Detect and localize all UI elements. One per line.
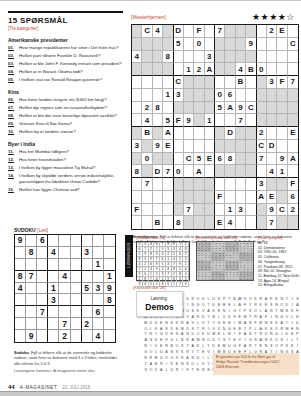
hexadoku-cell[interactable]: F: [132, 204, 142, 217]
hexadoku-cell[interactable]: [257, 204, 267, 217]
hexadoku-cell[interactable]: [194, 216, 204, 229]
hexadoku-cell[interactable]: [163, 153, 173, 166]
sudoku-cell[interactable]: [48, 259, 59, 271]
hexadoku-cell[interactable]: B: [236, 76, 246, 89]
sudoku-cell[interactable]: 4: [15, 283, 26, 295]
hexadoku-cell[interactable]: [288, 25, 298, 38]
hexadoku-cell[interactable]: [267, 38, 277, 51]
hexadoku-cell[interactable]: [194, 51, 204, 64]
hexadoku-cell[interactable]: [288, 89, 298, 102]
sudoku-cell[interactable]: [82, 235, 93, 247]
hexadoku-cell[interactable]: [184, 102, 194, 115]
sudoku-cell[interactable]: [48, 330, 59, 342]
hexadoku-cell[interactable]: [215, 51, 225, 64]
hexadoku-cell[interactable]: [132, 76, 142, 89]
hexadoku-cell[interactable]: [142, 38, 152, 51]
hexadoku-cell[interactable]: [225, 76, 235, 89]
hexadoku-cell[interactable]: [257, 76, 267, 89]
sudoku-cell[interactable]: 7: [26, 271, 37, 283]
hexadoku-cell[interactable]: C: [288, 38, 298, 51]
hexadoku-cell[interactable]: [153, 127, 163, 140]
hexadoku-cell[interactable]: F: [277, 76, 287, 89]
sudoku-cell[interactable]: 1: [48, 283, 59, 295]
sudoku-cell[interactable]: [37, 318, 48, 330]
hexadoku-cell[interactable]: [288, 51, 298, 64]
hexadoku-cell[interactable]: A: [225, 102, 235, 115]
hexadoku-cell[interactable]: [246, 178, 256, 191]
hexadoku-cell[interactable]: 4: [142, 114, 152, 127]
hexadoku-cell[interactable]: [215, 127, 225, 140]
hexadoku-cell[interactable]: [174, 63, 184, 76]
hexadoku-cell[interactable]: 1: [205, 114, 215, 127]
hexadoku-cell[interactable]: [277, 51, 287, 64]
hexadoku-cell[interactable]: A: [194, 165, 204, 178]
sudoku-cell[interactable]: [71, 259, 82, 271]
sudoku-cell[interactable]: [104, 318, 115, 330]
hexadoku-cell[interactable]: [277, 114, 287, 127]
hexadoku-cell[interactable]: C: [142, 25, 152, 38]
hexadoku-cell[interactable]: [205, 204, 215, 217]
sudoku-cell[interactable]: [26, 294, 37, 306]
hexadoku-cell[interactable]: E: [215, 216, 225, 229]
hexadoku-cell[interactable]: [132, 127, 142, 140]
hexadoku-cell[interactable]: [277, 89, 287, 102]
hexadoku-cell[interactable]: [184, 38, 194, 51]
hexadoku-cell[interactable]: 7: [163, 165, 173, 178]
sudoku-cell[interactable]: 1: [104, 271, 115, 283]
hexadoku-cell[interactable]: [246, 140, 256, 153]
hexadoku-cell[interactable]: E: [277, 25, 287, 38]
hexadoku-cell[interactable]: [132, 63, 142, 76]
hexadoku-cell[interactable]: [267, 89, 277, 102]
hexadoku-cell[interactable]: [153, 204, 163, 217]
sudoku-cell[interactable]: 4: [93, 330, 104, 342]
hexadoku-cell[interactable]: [153, 89, 163, 102]
hexadoku-cell[interactable]: [288, 63, 298, 76]
hexadoku-cell[interactable]: [267, 102, 277, 115]
sudoku-cell[interactable]: [59, 259, 70, 271]
hexadoku-cell[interactable]: 2: [194, 63, 204, 76]
sudoku-cell[interactable]: [26, 235, 37, 247]
hexadoku-cell[interactable]: 5: [194, 153, 204, 166]
hexadoku-cell[interactable]: 0: [142, 153, 152, 166]
hexadoku-cell[interactable]: [174, 102, 184, 115]
hexadoku-cell[interactable]: 7: [236, 114, 246, 127]
hexadoku-cell[interactable]: 0: [194, 38, 204, 51]
hexadoku-cell[interactable]: [288, 216, 298, 229]
hexadoku-cell[interactable]: [194, 76, 204, 89]
hexadoku-cell[interactable]: 6: [225, 89, 235, 102]
hexadoku-cell[interactable]: 8: [163, 51, 173, 64]
sudoku-cell[interactable]: 9: [26, 330, 37, 342]
sudoku-cell[interactable]: [15, 306, 26, 318]
hexadoku-cell[interactable]: [246, 216, 256, 229]
hexadoku-cell[interactable]: [163, 38, 173, 51]
hexadoku-cell[interactable]: D: [267, 140, 277, 153]
sudoku-cell[interactable]: 9: [15, 235, 26, 247]
sudoku-cell[interactable]: [59, 294, 70, 306]
hexadoku-cell[interactable]: 8: [174, 216, 184, 229]
sudoku-cell[interactable]: [59, 235, 70, 247]
hexadoku-cell[interactable]: [215, 76, 225, 89]
hexadoku-cell[interactable]: [205, 165, 215, 178]
sudoku-cell[interactable]: [93, 271, 104, 283]
hexadoku-cell[interactable]: [225, 165, 235, 178]
hexadoku-cell[interactable]: [194, 140, 204, 153]
hexadoku-cell[interactable]: 2: [142, 102, 152, 115]
sudoku-cell[interactable]: 3: [93, 283, 104, 295]
hexadoku-cell[interactable]: [246, 114, 256, 127]
hexadoku-cell[interactable]: 3: [236, 204, 246, 217]
hexadoku-cell[interactable]: [174, 204, 184, 217]
hexadoku-cell[interactable]: [142, 140, 152, 153]
hexadoku-cell[interactable]: [236, 127, 246, 140]
hexadoku-cell[interactable]: [184, 89, 194, 102]
hexadoku-cell[interactable]: 0: [174, 165, 184, 178]
hexadoku-cell[interactable]: [163, 25, 173, 38]
hexadoku-cell[interactable]: [246, 89, 256, 102]
hexadoku-cell[interactable]: [225, 140, 235, 153]
hexadoku-cell[interactable]: [257, 114, 267, 127]
hexadoku-cell[interactable]: [184, 51, 194, 64]
hexadoku-cell[interactable]: [142, 165, 152, 178]
hexadoku-cell[interactable]: 9: [277, 153, 287, 166]
hexadoku-cell[interactable]: [277, 216, 287, 229]
sudoku-cell[interactable]: [26, 283, 37, 295]
hexadoku-cell[interactable]: 3: [205, 51, 215, 64]
hexadoku-cell[interactable]: [205, 25, 215, 38]
hexadoku-cell[interactable]: [163, 76, 173, 89]
sudoku-cell[interactable]: [93, 247, 104, 259]
hexadoku-cell[interactable]: [257, 216, 267, 229]
hexadoku-cell[interactable]: [236, 25, 246, 38]
hexadoku-cell[interactable]: [246, 25, 256, 38]
sudoku-cell[interactable]: 3: [48, 294, 59, 306]
hexadoku-cell[interactable]: [174, 51, 184, 64]
hexadoku-cell[interactable]: [153, 63, 163, 76]
hexadoku-cell[interactable]: E: [288, 127, 298, 140]
sudoku-cell[interactable]: [37, 259, 48, 271]
hexadoku-cell[interactable]: 7: [288, 76, 298, 89]
hexadoku-cell[interactable]: 1: [163, 89, 173, 102]
hexadoku-cell[interactable]: [142, 76, 152, 89]
hexadoku-cell[interactable]: B: [153, 216, 163, 229]
hexadoku-cell[interactable]: 7: [184, 204, 194, 217]
hexadoku-cell[interactable]: C: [257, 140, 267, 153]
sudoku-cell[interactable]: [104, 235, 115, 247]
sudoku-cell[interactable]: [71, 283, 82, 295]
sudoku-cell[interactable]: [82, 330, 93, 342]
hexadoku-cell[interactable]: [142, 204, 152, 217]
hexadoku-cell[interactable]: A: [257, 191, 267, 204]
hexadoku-cell[interactable]: [184, 165, 194, 178]
sudoku-cell[interactable]: 1: [93, 259, 104, 271]
hexadoku-cell[interactable]: [132, 178, 142, 191]
hexadoku-cell[interactable]: [246, 127, 256, 140]
sudoku-cell[interactable]: [15, 318, 26, 330]
hexadoku-cell[interactable]: [194, 178, 204, 191]
hexadoku-cell[interactable]: [246, 153, 256, 166]
hexadoku-cell[interactable]: E: [163, 140, 173, 153]
hexadoku-cell[interactable]: 6: [288, 191, 298, 204]
hexadoku-cell[interactable]: [142, 191, 152, 204]
sudoku-cell[interactable]: 2: [59, 330, 70, 342]
hexadoku-cell[interactable]: [153, 76, 163, 89]
hexadoku-cell[interactable]: 1: [225, 204, 235, 217]
hexadoku-cell[interactable]: [225, 191, 235, 204]
hexadoku-cell[interactable]: [215, 178, 225, 191]
sudoku-cell[interactable]: [37, 283, 48, 295]
sudoku-cell[interactable]: 8: [104, 294, 115, 306]
sudoku-cell[interactable]: [48, 235, 59, 247]
hexadoku-cell[interactable]: C: [277, 204, 287, 217]
hexadoku-cell[interactable]: 0: [257, 63, 267, 76]
hexadoku-cell[interactable]: 9: [236, 102, 246, 115]
hexadoku-cell[interactable]: [288, 114, 298, 127]
hexadoku-cell[interactable]: [236, 191, 246, 204]
hexadoku-cell[interactable]: [277, 140, 287, 153]
hexadoku-cell[interactable]: [163, 216, 173, 229]
hexadoku-cell[interactable]: [236, 140, 246, 153]
hexadoku-cell[interactable]: [215, 165, 225, 178]
hexadoku-cell[interactable]: [215, 114, 225, 127]
hexadoku-cell[interactable]: [236, 165, 246, 178]
hexadoku-cell[interactable]: [174, 140, 184, 153]
sudoku-cell[interactable]: [59, 247, 70, 259]
hexadoku-cell[interactable]: [153, 38, 163, 51]
sudoku-cell[interactable]: 9: [104, 283, 115, 295]
hexadoku-cell[interactable]: 5: [215, 102, 225, 115]
hexadoku-cell[interactable]: 3: [174, 89, 184, 102]
hexadoku-cell[interactable]: 3: [267, 76, 277, 89]
hexadoku-cell[interactable]: [246, 76, 256, 89]
hexadoku-cell[interactable]: [194, 191, 204, 204]
hexadoku-cell[interactable]: [205, 216, 215, 229]
sudoku-cell[interactable]: [37, 271, 48, 283]
hexadoku-cell[interactable]: [205, 38, 215, 51]
hexadoku-cell[interactable]: D: [153, 165, 163, 178]
sudoku-cell[interactable]: 7: [59, 318, 70, 330]
hexadoku-cell[interactable]: B: [142, 127, 152, 140]
hexadoku-cell[interactable]: [225, 38, 235, 51]
hexadoku-cell[interactable]: D: [225, 127, 235, 140]
hexadoku-cell[interactable]: [267, 114, 277, 127]
hexadoku-cell[interactable]: [277, 38, 287, 51]
hexadoku-cell[interactable]: [246, 165, 256, 178]
hexadoku-cell[interactable]: [153, 178, 163, 191]
sudoku-cell[interactable]: [26, 318, 37, 330]
hexadoku-cell[interactable]: [153, 153, 163, 166]
hexadoku-cell[interactable]: [142, 216, 152, 229]
sudoku-cell[interactable]: [37, 294, 48, 306]
hexadoku-cell[interactable]: [163, 191, 173, 204]
sudoku-cell[interactable]: 2: [82, 318, 93, 330]
hexadoku-cell[interactable]: [267, 178, 277, 191]
hexadoku-cell[interactable]: 4: [153, 25, 163, 38]
hexadoku-cell[interactable]: [132, 25, 142, 38]
hexadoku-cell[interactable]: [205, 178, 215, 191]
hexadoku-cell[interactable]: [246, 191, 256, 204]
sudoku-cell[interactable]: [15, 247, 26, 259]
sudoku-cell[interactable]: [104, 259, 115, 271]
hexadoku-cell[interactable]: [184, 25, 194, 38]
hexadoku-cell[interactable]: [277, 191, 287, 204]
hexadoku-cell[interactable]: E: [267, 191, 277, 204]
hexadoku-cell[interactable]: [257, 38, 267, 51]
sudoku-cell[interactable]: [26, 259, 37, 271]
hexadoku-cell[interactable]: [225, 51, 235, 64]
hexadoku-cell[interactable]: [163, 102, 173, 115]
hexadoku-cell[interactable]: [132, 153, 142, 166]
hexadoku-cell[interactable]: [215, 63, 225, 76]
sudoku-cell[interactable]: 6: [37, 235, 48, 247]
hexadoku-cell[interactable]: [184, 76, 194, 89]
sudoku-cell[interactable]: [15, 259, 26, 271]
hexadoku-cell[interactable]: 8: [132, 165, 142, 178]
hexadoku-cell[interactable]: [257, 102, 267, 115]
hexadoku-cell[interactable]: [257, 165, 267, 178]
sudoku-cell[interactable]: 5: [82, 283, 93, 295]
hexadoku-cell[interactable]: 5: [163, 114, 173, 127]
sudoku-cell[interactable]: [71, 271, 82, 283]
hexadoku-cell[interactable]: [142, 51, 152, 64]
hexadoku-cell[interactable]: [205, 89, 215, 102]
hexadoku-cell[interactable]: [236, 178, 246, 191]
hexadoku-cell[interactable]: [225, 114, 235, 127]
hexadoku-cell[interactable]: [267, 51, 277, 64]
hexadoku-cell[interactable]: [132, 216, 142, 229]
hexadoku-cell[interactable]: 8: [225, 153, 235, 166]
hexadoku-cell[interactable]: [267, 127, 277, 140]
hexadoku-cell[interactable]: 4: [267, 165, 277, 178]
hexadoku-cell[interactable]: F: [194, 25, 204, 38]
sudoku-cell[interactable]: [71, 306, 82, 318]
hexadoku-cell[interactable]: [205, 76, 215, 89]
hexadoku-cell[interactable]: [215, 204, 225, 217]
hexadoku-cell[interactable]: [194, 102, 204, 115]
hexadoku-cell[interactable]: D: [174, 25, 184, 38]
hexadoku-cell[interactable]: [184, 140, 194, 153]
hexadoku-cell[interactable]: [132, 114, 142, 127]
hexadoku-cell[interactable]: [184, 178, 194, 191]
sudoku-cell[interactable]: [48, 306, 59, 318]
hexadoku-cell[interactable]: [184, 191, 194, 204]
hexadoku-cell[interactable]: [215, 38, 225, 51]
hexadoku-cell[interactable]: [142, 89, 152, 102]
hexadoku-cell[interactable]: [267, 63, 277, 76]
sudoku-cell[interactable]: [93, 235, 104, 247]
sudoku-cell[interactable]: [48, 318, 59, 330]
hexadoku-cell[interactable]: [277, 127, 287, 140]
sudoku-cell[interactable]: [104, 330, 115, 342]
hexadoku-cell[interactable]: F: [215, 191, 225, 204]
hexadoku-cell[interactable]: [205, 191, 215, 204]
sudoku-cell[interactable]: [37, 330, 48, 342]
hexadoku-cell[interactable]: [153, 191, 163, 204]
hexadoku-cell[interactable]: [194, 127, 204, 140]
hexadoku-cell[interactable]: 9: [267, 204, 277, 217]
hexadoku-cell[interactable]: [132, 191, 142, 204]
hexadoku-cell[interactable]: C: [184, 153, 194, 166]
hexadoku-cell[interactable]: [205, 127, 215, 140]
hexadoku-cell[interactable]: [246, 51, 256, 64]
hexadoku-cell[interactable]: A: [205, 63, 215, 76]
hexadoku-cell[interactable]: 7: [142, 178, 152, 191]
sudoku-cell[interactable]: [26, 306, 37, 318]
hexadoku-cell[interactable]: [288, 102, 298, 115]
sudoku-cell[interactable]: [82, 271, 93, 283]
hexadoku-cell[interactable]: 6: [215, 153, 225, 166]
sudoku-cell[interactable]: 8: [15, 271, 26, 283]
sudoku-cell[interactable]: [59, 306, 70, 318]
hexadoku-cell[interactable]: 7: [215, 25, 225, 38]
hexadoku-cell[interactable]: A: [288, 153, 298, 166]
hexadoku-cell[interactable]: 9: [246, 38, 256, 51]
hexadoku-cell[interactable]: [277, 102, 287, 115]
hexadoku-cell[interactable]: [163, 204, 173, 217]
hexadoku-cell[interactable]: [194, 204, 204, 217]
hexadoku-cell[interactable]: [277, 178, 287, 191]
sudoku-cell[interactable]: 4: [59, 271, 70, 283]
hexadoku-cell[interactable]: [236, 89, 246, 102]
hexadoku-cell[interactable]: [257, 89, 267, 102]
hexadoku-cell[interactable]: [194, 114, 204, 127]
hexadoku-cell[interactable]: [142, 63, 152, 76]
sudoku-cell[interactable]: [82, 294, 93, 306]
sudoku-cell[interactable]: 6: [93, 306, 104, 318]
sudoku-cell[interactable]: 4: [48, 247, 59, 259]
sudoku-cell[interactable]: [15, 330, 26, 342]
hexadoku-cell[interactable]: 7: [257, 153, 267, 166]
hexadoku-cell[interactable]: [288, 165, 298, 178]
hexadoku-cell[interactable]: [267, 153, 277, 166]
sudoku-cell[interactable]: [93, 294, 104, 306]
hexadoku-cell[interactable]: [225, 178, 235, 191]
sudoku-cell[interactable]: 7: [37, 306, 48, 318]
hexadoku-cell[interactable]: [225, 25, 235, 38]
sudoku-cell[interactable]: 8: [26, 247, 37, 259]
hexadoku-cell[interactable]: 0: [215, 89, 225, 102]
hexadoku-cell[interactable]: 7: [267, 216, 277, 229]
hexadoku-cell[interactable]: [225, 63, 235, 76]
sudoku-cell[interactable]: [71, 318, 82, 330]
hexadoku-cell[interactable]: 9: [184, 114, 194, 127]
hexadoku-cell[interactable]: F: [174, 114, 184, 127]
hexadoku-cell[interactable]: [288, 140, 298, 153]
sudoku-cell[interactable]: [82, 259, 93, 271]
hexadoku-cell[interactable]: [236, 51, 246, 64]
hexadoku-cell[interactable]: [132, 38, 142, 51]
hexadoku-cell[interactable]: 2: [257, 127, 267, 140]
hexadoku-cell[interactable]: [236, 38, 246, 51]
sudoku-cell[interactable]: [71, 294, 82, 306]
hexadoku-cell[interactable]: [184, 127, 194, 140]
hexadoku-cell[interactable]: C: [246, 102, 256, 115]
hexadoku-cell[interactable]: [205, 140, 215, 153]
hexadoku-cell[interactable]: [246, 204, 256, 217]
hexadoku-cell[interactable]: [153, 51, 163, 64]
hexadoku-cell[interactable]: A: [163, 127, 173, 140]
hexadoku-cell[interactable]: [184, 216, 194, 229]
sudoku-cell[interactable]: [71, 330, 82, 342]
hexadoku-cell[interactable]: 4: [236, 63, 246, 76]
sudoku-cell[interactable]: [104, 247, 115, 259]
sudoku-cell[interactable]: [82, 306, 93, 318]
hexadoku-cell[interactable]: 2: [288, 204, 298, 217]
hexadoku-cell[interactable]: 9: [153, 140, 163, 153]
hexadoku-cell[interactable]: [163, 178, 173, 191]
hexadoku-cell[interactable]: E: [205, 153, 215, 166]
